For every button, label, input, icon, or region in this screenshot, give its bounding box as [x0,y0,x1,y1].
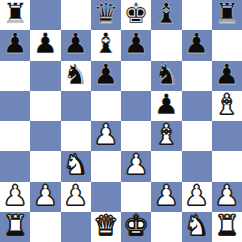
square-e5[interactable] [121,91,151,121]
white-pawn-piece[interactable]: ♟ [63,182,88,210]
chess-board: ♜♛♚♝♜♟♟♟♝♟♟♞♟♞♟♟♝♟♝♞♟♟♟♟♟♟♟♜♛♚♞♜ [0,0,242,242]
square-b3[interactable] [30,151,60,181]
square-d5[interactable] [91,91,121,121]
square-d2[interactable] [91,182,121,212]
square-b4[interactable] [30,121,60,151]
square-e7[interactable]: ♟ [121,30,151,60]
square-e3[interactable]: ♟ [121,151,151,181]
square-a6[interactable] [0,61,30,91]
square-f2[interactable]: ♟ [151,182,181,212]
square-c5[interactable] [61,91,91,121]
square-h3[interactable] [212,151,242,181]
square-f4[interactable]: ♝ [151,121,181,151]
black-bishop-piece[interactable]: ♝ [154,0,179,28]
square-g6[interactable] [182,61,212,91]
white-pawn-piece[interactable]: ♟ [33,182,58,210]
white-pawn-piece[interactable]: ♟ [124,151,149,179]
black-queen-piece[interactable]: ♛ [93,0,118,28]
white-pawn-piece[interactable]: ♟ [154,182,179,210]
black-rook-piece[interactable]: ♜ [3,0,28,28]
square-c8[interactable] [61,0,91,30]
white-pawn-piece[interactable]: ♟ [93,121,118,149]
white-rook-piece[interactable]: ♜ [3,212,28,240]
black-pawn-piece[interactable]: ♟ [154,91,179,119]
white-pawn-piece[interactable]: ♟ [3,182,28,210]
square-d4[interactable]: ♟ [91,121,121,151]
square-a7[interactable]: ♟ [0,30,30,60]
square-e4[interactable] [121,121,151,151]
square-c2[interactable]: ♟ [61,182,91,212]
black-bishop-piece[interactable]: ♝ [93,30,118,58]
square-g8[interactable] [182,0,212,30]
square-e1[interactable]: ♚ [121,212,151,242]
square-c6[interactable]: ♞ [61,61,91,91]
square-h7[interactable] [212,30,242,60]
square-b8[interactable] [30,0,60,30]
square-f3[interactable] [151,151,181,181]
square-c3[interactable]: ♞ [61,151,91,181]
white-bishop-piece[interactable]: ♝ [214,91,239,119]
square-h1[interactable]: ♜ [212,212,242,242]
square-f1[interactable] [151,212,181,242]
square-e8[interactable]: ♚ [121,0,151,30]
square-a3[interactable] [0,151,30,181]
white-pawn-piece[interactable]: ♟ [214,182,239,210]
square-g4[interactable] [182,121,212,151]
black-rook-piece[interactable]: ♜ [214,0,239,28]
square-f5[interactable]: ♟ [151,91,181,121]
square-d6[interactable]: ♟ [91,61,121,91]
square-a2[interactable]: ♟ [0,182,30,212]
square-b1[interactable] [30,212,60,242]
square-b2[interactable]: ♟ [30,182,60,212]
square-b5[interactable] [30,91,60,121]
white-knight-piece[interactable]: ♞ [63,151,88,179]
black-pawn-piece[interactable]: ♟ [93,61,118,89]
white-knight-piece[interactable]: ♞ [184,212,209,240]
square-a1[interactable]: ♜ [0,212,30,242]
square-g7[interactable]: ♟ [182,30,212,60]
square-a5[interactable] [0,91,30,121]
black-king-piece[interactable]: ♚ [124,0,149,28]
square-g3[interactable] [182,151,212,181]
white-king-piece[interactable]: ♚ [124,212,149,240]
white-pawn-piece[interactable]: ♟ [184,182,209,210]
white-queen-piece[interactable]: ♛ [93,212,118,240]
square-h5[interactable]: ♝ [212,91,242,121]
white-bishop-piece[interactable]: ♝ [154,121,179,149]
square-b6[interactable] [30,61,60,91]
square-f6[interactable]: ♞ [151,61,181,91]
square-f8[interactable]: ♝ [151,0,181,30]
square-d7[interactable]: ♝ [91,30,121,60]
square-c4[interactable] [61,121,91,151]
square-h8[interactable]: ♜ [212,0,242,30]
square-g5[interactable] [182,91,212,121]
square-f7[interactable] [151,30,181,60]
square-h6[interactable]: ♟ [212,61,242,91]
black-knight-piece[interactable]: ♞ [154,61,179,89]
black-pawn-piece[interactable]: ♟ [214,61,239,89]
square-b7[interactable]: ♟ [30,30,60,60]
square-e2[interactable] [121,182,151,212]
square-c1[interactable] [61,212,91,242]
square-h4[interactable] [212,121,242,151]
square-c7[interactable]: ♟ [61,30,91,60]
white-rook-piece[interactable]: ♜ [214,212,239,240]
square-a4[interactable] [0,121,30,151]
black-pawn-piece[interactable]: ♟ [63,30,88,58]
black-pawn-piece[interactable]: ♟ [33,30,58,58]
square-d1[interactable]: ♛ [91,212,121,242]
square-g1[interactable]: ♞ [182,212,212,242]
square-h2[interactable]: ♟ [212,182,242,212]
black-pawn-piece[interactable]: ♟ [184,30,209,58]
black-pawn-piece[interactable]: ♟ [124,30,149,58]
square-e6[interactable] [121,61,151,91]
square-d3[interactable] [91,151,121,181]
square-g2[interactable]: ♟ [182,182,212,212]
black-knight-piece[interactable]: ♞ [63,61,88,89]
square-a8[interactable]: ♜ [0,0,30,30]
square-d8[interactable]: ♛ [91,0,121,30]
black-pawn-piece[interactable]: ♟ [3,30,28,58]
